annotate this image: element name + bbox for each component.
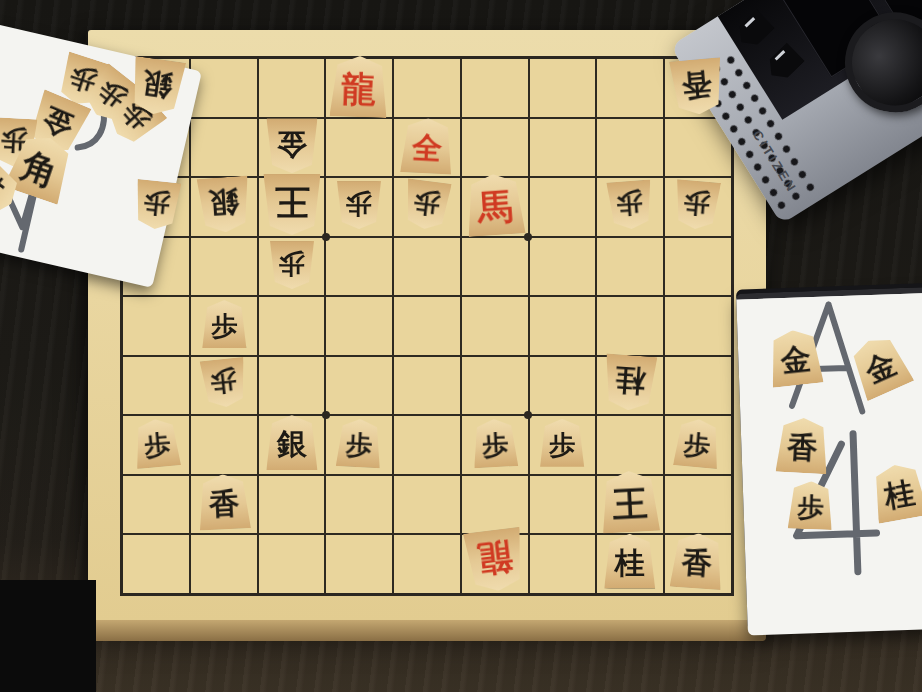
board-cell[interactable] <box>394 416 460 474</box>
piece-kanji: 歩 <box>616 190 644 218</box>
board-cell[interactable] <box>530 357 596 415</box>
board-cell[interactable] <box>326 297 392 355</box>
star-point <box>524 233 532 241</box>
clock-button-mark <box>745 17 756 27</box>
board-cell[interactable] <box>259 59 325 117</box>
board-cell[interactable] <box>462 297 528 355</box>
board-cell[interactable] <box>462 357 528 415</box>
board-cell[interactable] <box>597 297 663 355</box>
piece-sente-silver[interactable]: 銀 <box>266 415 317 470</box>
board-cell[interactable] <box>326 119 392 177</box>
table-surface: 銀龍香金全歩銀王歩歩馬歩歩歩歩歩桂歩銀歩歩歩歩香王龍桂香 歩歩歩金歩角桂 金金香… <box>0 0 922 692</box>
board-cell[interactable] <box>326 535 392 593</box>
piece-kanji: 王 <box>274 185 309 220</box>
board-cell[interactable] <box>394 297 460 355</box>
piece-kanji: 桂 <box>882 477 917 512</box>
board-cell[interactable] <box>665 238 731 296</box>
piece-kanji: 香 <box>681 68 714 101</box>
piece-sente-knight[interactable]: 桂 <box>604 534 655 589</box>
board-cell[interactable] <box>326 357 392 415</box>
clock-button-mark <box>775 50 786 60</box>
piece-kanji: 歩 <box>346 191 372 217</box>
piece-kanji: 歩 <box>143 430 171 458</box>
board-cell[interactable] <box>394 357 460 415</box>
right-stand-marker-drawing <box>736 293 922 636</box>
piece-kanji: 歩 <box>683 430 711 458</box>
piece-kanji: 全 <box>411 132 443 164</box>
piece-kanji: 歩 <box>683 190 711 218</box>
board-cell[interactable] <box>259 476 325 534</box>
board-cell[interactable] <box>462 476 528 534</box>
piece-gote-pawn[interactable]: 歩 <box>270 241 314 289</box>
piece-kanji: 歩 <box>346 431 373 458</box>
piece-gote-king[interactable]: 王 <box>263 174 320 235</box>
board-cell[interactable] <box>530 178 596 236</box>
piece-kanji: 王 <box>611 485 648 522</box>
board-cell[interactable] <box>530 59 596 117</box>
clock-button-right[interactable] <box>762 42 805 84</box>
piece-kanji: 龍 <box>475 539 514 578</box>
board-cell[interactable] <box>597 238 663 296</box>
board-cell[interactable] <box>462 238 528 296</box>
piece-kanji: 歩 <box>797 494 824 521</box>
board-cell[interactable] <box>530 535 596 593</box>
piece-kanji: 歩 <box>481 431 508 458</box>
board-cell[interactable] <box>191 119 257 177</box>
piece-kanji: 銀 <box>277 429 307 459</box>
board-cell[interactable] <box>259 357 325 415</box>
board-cell[interactable] <box>530 476 596 534</box>
piece-sente-pawn[interactable]: 歩 <box>202 300 246 348</box>
board-cell[interactable] <box>597 416 663 474</box>
piece-kanji: 金 <box>277 129 307 159</box>
piece-kanji: 金 <box>779 343 812 376</box>
piece-kanji: 金 <box>39 104 78 143</box>
board-front-edge <box>88 620 766 641</box>
piece-kanji: 金 <box>861 347 901 387</box>
board-cell[interactable] <box>597 59 663 117</box>
board-cell[interactable] <box>191 535 257 593</box>
board-cell[interactable] <box>123 476 189 534</box>
piece-kanji: 桂 <box>615 548 645 578</box>
piece-kanji: 歩 <box>143 190 172 219</box>
clock-button-left[interactable] <box>732 9 775 51</box>
piece-kanji: 桂 <box>614 365 646 397</box>
board-cell[interactable] <box>394 535 460 593</box>
board-cell[interactable] <box>123 357 189 415</box>
board-cell[interactable] <box>462 119 528 177</box>
board-cell[interactable] <box>530 119 596 177</box>
board-cell[interactable] <box>394 59 460 117</box>
board-cell[interactable] <box>191 238 257 296</box>
board-cell[interactable] <box>665 297 731 355</box>
piece-kanji: 歩 <box>549 431 575 457</box>
piece-kanji: 龍 <box>341 70 377 106</box>
board-cell[interactable] <box>530 297 596 355</box>
board-cell[interactable] <box>462 59 528 117</box>
star-point <box>322 233 330 241</box>
piece-kanji: 歩 <box>413 189 442 218</box>
board-cell[interactable] <box>326 238 392 296</box>
piece-hand-pawn[interactable]: 歩 <box>787 481 833 531</box>
right-piece-stand: 金金香桂歩 <box>736 286 922 635</box>
piece-kanji: 香 <box>209 488 241 520</box>
star-point <box>322 411 330 419</box>
piece-kanji: 角 <box>18 146 62 190</box>
board-cell[interactable] <box>665 357 731 415</box>
board-cell[interactable] <box>665 476 731 534</box>
board-cell[interactable] <box>259 297 325 355</box>
piece-kanji: 銀 <box>140 68 174 102</box>
board-cell[interactable] <box>597 119 663 177</box>
board-cell[interactable] <box>259 535 325 593</box>
piece-kanji: 馬 <box>476 188 513 225</box>
board-cell[interactable] <box>326 476 392 534</box>
floor-mat <box>0 580 96 692</box>
piece-kanji: 銀 <box>208 187 240 219</box>
piece-sente-pawn[interactable]: 歩 <box>540 419 584 467</box>
board-cell[interactable] <box>530 238 596 296</box>
board-cell[interactable] <box>191 59 257 117</box>
board-cell[interactable] <box>191 416 257 474</box>
board-cell[interactable] <box>394 238 460 296</box>
piece-kanji: 歩 <box>211 313 237 339</box>
piece-gote-gold[interactable]: 金 <box>266 118 317 173</box>
piece-kanji: 歩 <box>210 368 239 397</box>
piece-kanji: 香 <box>786 431 818 463</box>
piece-kanji: 香 <box>681 547 713 579</box>
board-grid: 銀龍香金全歩銀王歩歩馬歩歩歩歩歩桂歩銀歩歩歩歩香王龍桂香 <box>120 56 734 596</box>
piece-kanji: 歩 <box>279 250 305 276</box>
board-cell[interactable] <box>394 476 460 534</box>
board-cell[interactable] <box>123 535 189 593</box>
star-point <box>524 411 532 419</box>
board-cell[interactable] <box>123 297 189 355</box>
piece-gote-pawn[interactable]: 歩 <box>337 181 381 229</box>
